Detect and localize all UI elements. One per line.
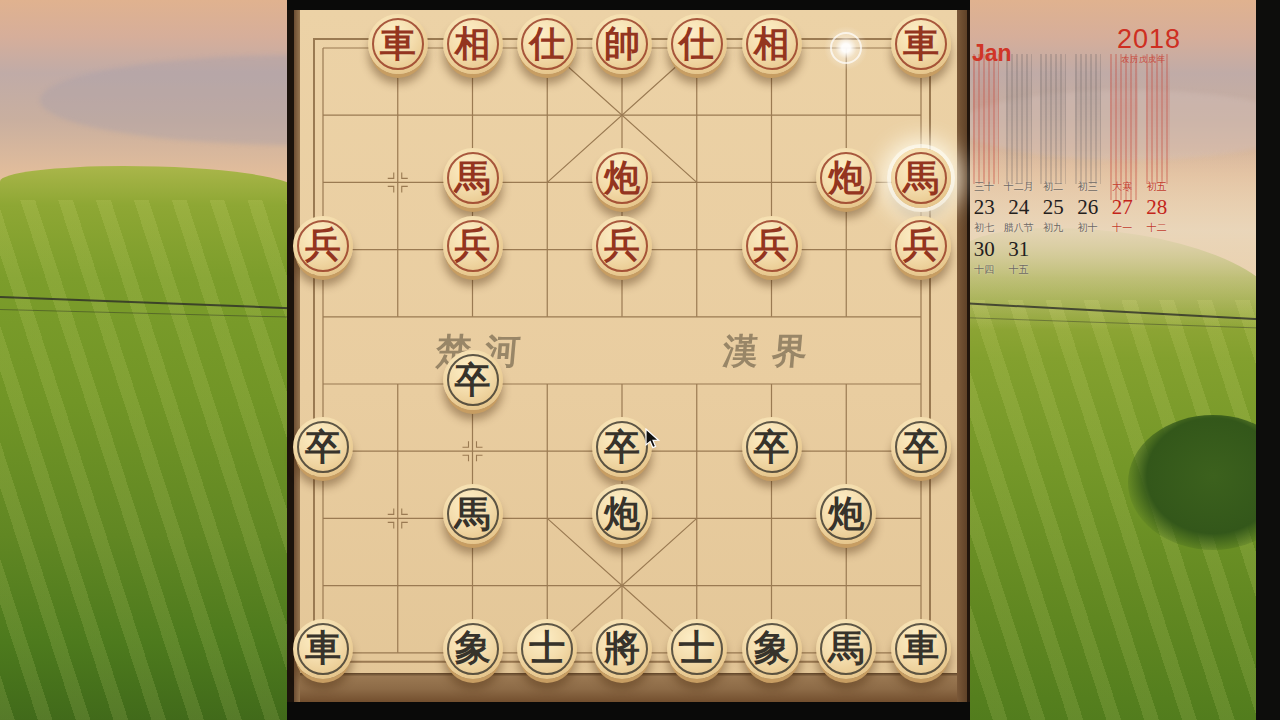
pieces-layer[interactable]: 車相仕帥仕相車馬炮炮馬兵兵兵兵兵卒卒卒卒卒馬炮炮車象士將士象馬車 xyxy=(287,0,970,720)
lunar-label: 初三 xyxy=(1071,180,1106,194)
lunar-label: 十一 xyxy=(1105,221,1140,235)
day-number: 27 xyxy=(1105,194,1140,221)
calendar-era: 农历戊戌年 xyxy=(1121,54,1166,65)
piece-glyph: 馬 xyxy=(443,148,503,208)
day-number: 28 xyxy=(1140,194,1175,221)
piece-glyph: 車 xyxy=(891,14,951,74)
piece-red-soldier[interactable]: 兵 xyxy=(891,216,951,276)
calendar-ghost-streak xyxy=(1110,54,1138,200)
piece-glyph: 馬 xyxy=(443,484,503,544)
piece-glyph: 卒 xyxy=(891,417,951,477)
piece-black-advisor[interactable]: 士 xyxy=(517,619,577,679)
piece-black-soldier[interactable]: 卒 xyxy=(443,350,503,410)
calendar-day: 初三26初十 xyxy=(1071,180,1106,235)
lunar-label: 初十 xyxy=(1071,221,1106,235)
screen-right-black-strip xyxy=(1256,0,1280,720)
piece-glyph: 馬 xyxy=(816,619,876,679)
piece-black-horse[interactable]: 馬 xyxy=(816,619,876,679)
lunar-label: 初二 xyxy=(1036,180,1071,194)
lunar-label: 腊八节 xyxy=(1002,221,1037,235)
letterbox-top xyxy=(287,0,970,10)
piece-red-chariot[interactable]: 車 xyxy=(891,14,951,74)
piece-black-general[interactable]: 將 xyxy=(592,619,652,679)
piece-black-chariot[interactable]: 車 xyxy=(293,619,353,679)
piece-black-elephant[interactable]: 象 xyxy=(443,619,503,679)
calendar-day: 十二月24腊八节 xyxy=(1002,180,1037,235)
piece-glyph: 兵 xyxy=(592,216,652,276)
piece-glyph: 卒 xyxy=(592,417,652,477)
piece-glyph: 炮 xyxy=(592,484,652,544)
piece-black-soldier[interactable]: 卒 xyxy=(891,417,951,477)
piece-glyph: 卒 xyxy=(443,350,503,410)
piece-red-cannon[interactable]: 炮 xyxy=(816,148,876,208)
piece-black-soldier[interactable]: 卒 xyxy=(592,417,652,477)
calendar-day: 大寒27十一 xyxy=(1105,180,1140,235)
piece-glyph: 將 xyxy=(592,619,652,679)
piece-red-soldier[interactable]: 兵 xyxy=(592,216,652,276)
piece-black-soldier[interactable]: 卒 xyxy=(293,417,353,477)
piece-glyph: 卒 xyxy=(293,417,353,477)
calendar-ghost-streak xyxy=(1040,54,1066,184)
wallpaper-grass-left xyxy=(0,166,300,720)
day-number: 25 xyxy=(1036,194,1071,221)
piece-glyph: 車 xyxy=(293,619,353,679)
calendar-ghost-streak xyxy=(1075,54,1101,184)
piece-glyph: 士 xyxy=(667,619,727,679)
piece-glyph: 兵 xyxy=(742,216,802,276)
piece-red-advisor[interactable]: 仕 xyxy=(517,14,577,74)
piece-red-soldier[interactable]: 兵 xyxy=(443,216,503,276)
piece-red-horse[interactable]: 馬 xyxy=(891,148,951,208)
calendar-ghost-streak xyxy=(1006,54,1032,184)
piece-glyph: 相 xyxy=(443,14,503,74)
last-move-sparkle xyxy=(821,23,871,73)
calendar-ghost-streak xyxy=(973,54,999,184)
piece-red-horse[interactable]: 馬 xyxy=(443,148,503,208)
lunar-label: 十二月 xyxy=(1002,180,1037,194)
calendar-week-row: 30十四31十五 xyxy=(967,236,1174,277)
calendar-widget: Jan 2018 农历戊戌年 三十23初七十二月24腊八节初二25初九初三26初… xyxy=(967,24,1255,284)
lunar-label: 初九 xyxy=(1036,221,1071,235)
lunar-label: 十五 xyxy=(1002,263,1037,277)
day-number: 31 xyxy=(1002,236,1037,263)
calendar-day: 初五28十二 xyxy=(1140,180,1175,235)
piece-black-cannon[interactable]: 炮 xyxy=(592,484,652,544)
piece-red-soldier[interactable]: 兵 xyxy=(293,216,353,276)
lunar-label: 十二 xyxy=(1140,221,1175,235)
calendar-day: 三十23初七 xyxy=(967,180,1002,235)
piece-black-cannon[interactable]: 炮 xyxy=(816,484,876,544)
lunar-label: 初五 xyxy=(1140,180,1175,194)
calendar-year: 2018 xyxy=(1117,24,1181,55)
piece-glyph: 仕 xyxy=(667,14,727,74)
lunar-label: 三十 xyxy=(967,180,1002,194)
lunar-label: 大寒 xyxy=(1105,180,1140,194)
piece-glyph: 兵 xyxy=(891,216,951,276)
piece-glyph: 卒 xyxy=(742,417,802,477)
piece-red-cannon[interactable]: 炮 xyxy=(592,148,652,208)
piece-black-soldier[interactable]: 卒 xyxy=(742,417,802,477)
piece-glyph: 車 xyxy=(891,619,951,679)
piece-glyph: 炮 xyxy=(816,148,876,208)
piece-black-chariot[interactable]: 車 xyxy=(891,619,951,679)
calendar-day: 初二25初九 xyxy=(1036,180,1071,235)
lunar-label: 初七 xyxy=(967,221,1002,235)
piece-glyph: 士 xyxy=(517,619,577,679)
piece-glyph: 帥 xyxy=(592,14,652,74)
calendar-day: 31十五 xyxy=(1002,236,1037,277)
piece-glyph: 兵 xyxy=(293,216,353,276)
piece-red-elephant[interactable]: 相 xyxy=(443,14,503,74)
piece-glyph: 炮 xyxy=(816,484,876,544)
day-number: 30 xyxy=(967,236,1002,263)
piece-black-elephant[interactable]: 象 xyxy=(742,619,802,679)
piece-glyph: 炮 xyxy=(592,148,652,208)
piece-red-general[interactable]: 帥 xyxy=(592,14,652,74)
piece-red-chariot[interactable]: 車 xyxy=(368,14,428,74)
lunar-label: 十四 xyxy=(967,263,1002,277)
day-number: 24 xyxy=(1002,194,1037,221)
day-number: 23 xyxy=(967,194,1002,221)
piece-red-soldier[interactable]: 兵 xyxy=(742,216,802,276)
piece-black-advisor[interactable]: 士 xyxy=(667,619,727,679)
piece-glyph: 相 xyxy=(742,14,802,74)
video-window[interactable]: 楚河 漢界 車相仕帥仕相車馬炮炮馬兵兵兵兵兵卒卒卒卒卒馬炮炮車象士將士象馬車 xyxy=(287,0,970,720)
piece-glyph: 象 xyxy=(742,619,802,679)
piece-glyph: 馬 xyxy=(891,148,951,208)
mouse-cursor xyxy=(645,428,661,454)
piece-glyph: 車 xyxy=(368,14,428,74)
calendar-month: Jan xyxy=(972,40,1012,67)
day-number: 26 xyxy=(1071,194,1106,221)
piece-red-elephant[interactable]: 相 xyxy=(742,14,802,74)
letterbox-bottom xyxy=(287,702,970,720)
piece-glyph: 兵 xyxy=(443,216,503,276)
piece-black-horse[interactable]: 馬 xyxy=(443,484,503,544)
piece-glyph: 象 xyxy=(443,619,503,679)
calendar-ghost-streak xyxy=(1146,54,1170,184)
piece-glyph: 仕 xyxy=(517,14,577,74)
piece-red-advisor[interactable]: 仕 xyxy=(667,14,727,74)
calendar-week-row: 三十23初七十二月24腊八节初二25初九初三26初十大寒27十一初五28十二 xyxy=(967,180,1174,235)
calendar-day: 30十四 xyxy=(967,236,1002,277)
